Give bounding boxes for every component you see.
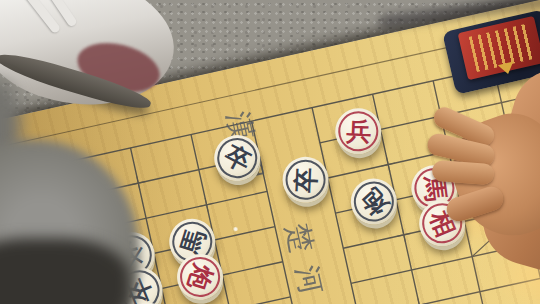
piece-character: 車 [478, 151, 509, 182]
piece-red-cannon[interactable]: 炮 [536, 169, 540, 224]
piece-character: 卒 [220, 141, 254, 175]
piece-character: 兵 [345, 118, 371, 144]
piece-black-soldier[interactable]: 卒 [278, 152, 333, 207]
sneaker-shoe [0, 0, 187, 125]
street-xiangqi-scene: 漢界 楚河 卒兵卒炮馬相車炮兵炮馬馬卒卒炮馬 [0, 0, 540, 304]
piece-black-cannon[interactable]: 炮 [346, 174, 401, 229]
piece-character: 炮 [356, 184, 391, 219]
piece-character: 卒 [293, 167, 319, 193]
piece-character: 馬 [420, 174, 448, 202]
piece-character: 馬 [177, 226, 208, 257]
piece-character: 相 [426, 207, 459, 240]
piece-character: 炮 [184, 261, 215, 292]
